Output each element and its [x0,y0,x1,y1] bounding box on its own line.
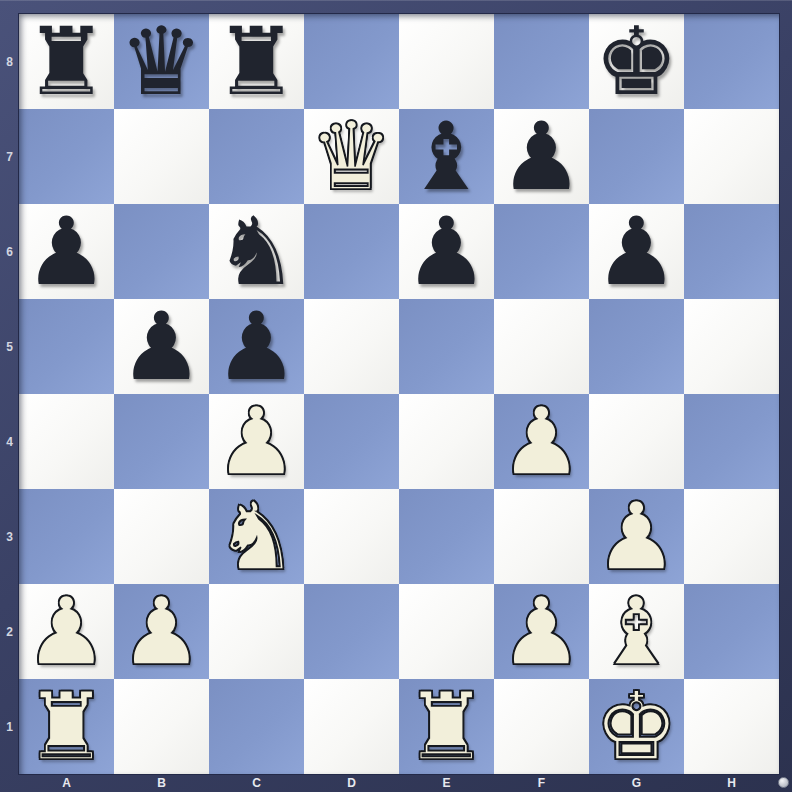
square-h6[interactable] [684,204,779,299]
square-c1[interactable] [209,679,304,774]
square-b8[interactable]: ♛ [114,14,209,109]
square-b6[interactable] [114,204,209,299]
piece-white-pawn-b2[interactable]: ♟ [119,584,203,679]
square-h2[interactable] [684,584,779,679]
piece-white-rook-a1[interactable]: ♜ [24,679,108,774]
piece-white-rook-e1[interactable]: ♜ [404,679,488,774]
square-f2[interactable]: ♟ [494,584,589,679]
piece-white-king-g1[interactable]: ♚ [594,679,678,774]
file-label-a: A [19,774,114,792]
square-h7[interactable] [684,109,779,204]
square-e6[interactable]: ♟ [399,204,494,299]
square-f3[interactable] [494,489,589,584]
piece-black-rook-c8[interactable]: ♜ [214,14,298,109]
piece-white-pawn-c4[interactable]: ♟ [214,394,298,489]
square-e4[interactable] [399,394,494,489]
square-d1[interactable] [304,679,399,774]
square-h3[interactable] [684,489,779,584]
rank-label-3: 3 [0,489,19,584]
piece-black-pawn-a6[interactable]: ♟ [24,204,108,299]
square-e2[interactable] [399,584,494,679]
piece-black-rook-a8[interactable]: ♜ [24,14,108,109]
square-h4[interactable] [684,394,779,489]
piece-black-knight-c6[interactable]: ♞ [214,204,298,299]
square-f5[interactable] [494,299,589,394]
square-f6[interactable] [494,204,589,299]
piece-white-bishop-g2[interactable]: ♝ [594,584,678,679]
square-d3[interactable] [304,489,399,584]
square-a5[interactable] [19,299,114,394]
square-f4[interactable]: ♟ [494,394,589,489]
square-e5[interactable] [399,299,494,394]
piece-white-queen-d7[interactable]: ♛ [309,109,393,204]
square-g7[interactable] [589,109,684,204]
file-label-f: F [494,774,589,792]
square-b4[interactable] [114,394,209,489]
square-g1[interactable]: ♚ [589,679,684,774]
square-d6[interactable] [304,204,399,299]
square-f1[interactable] [494,679,589,774]
rank-label-4: 4 [0,394,19,489]
square-a4[interactable] [19,394,114,489]
square-c3[interactable]: ♞ [209,489,304,584]
square-d5[interactable] [304,299,399,394]
square-e1[interactable]: ♜ [399,679,494,774]
file-label-b: B [114,774,209,792]
square-d4[interactable] [304,394,399,489]
file-label-g: G [589,774,684,792]
piece-white-knight-c3[interactable]: ♞ [214,489,298,584]
piece-black-pawn-e6[interactable]: ♟ [404,204,488,299]
square-b7[interactable] [114,109,209,204]
piece-black-pawn-g6[interactable]: ♟ [594,204,678,299]
rank-label-5: 5 [0,299,19,394]
file-label-h: H [684,774,779,792]
square-e7[interactable]: ♝ [399,109,494,204]
square-c2[interactable] [209,584,304,679]
square-b5[interactable]: ♟ [114,299,209,394]
square-h5[interactable] [684,299,779,394]
square-b2[interactable]: ♟ [114,584,209,679]
rank-label-6: 6 [0,204,19,299]
square-e3[interactable] [399,489,494,584]
square-g4[interactable] [589,394,684,489]
side-to-move-indicator [778,777,789,788]
piece-black-bishop-e7[interactable]: ♝ [404,109,488,204]
square-h1[interactable] [684,679,779,774]
piece-white-pawn-f4[interactable]: ♟ [499,394,583,489]
square-e8[interactable] [399,14,494,109]
square-a7[interactable] [19,109,114,204]
square-f8[interactable] [494,14,589,109]
square-a3[interactable] [19,489,114,584]
square-c7[interactable] [209,109,304,204]
square-c4[interactable]: ♟ [209,394,304,489]
square-c6[interactable]: ♞ [209,204,304,299]
rank-label-8: 8 [0,14,19,109]
file-label-d: D [304,774,399,792]
square-g6[interactable]: ♟ [589,204,684,299]
square-d7[interactable]: ♛ [304,109,399,204]
square-g3[interactable]: ♟ [589,489,684,584]
square-a6[interactable]: ♟ [19,204,114,299]
square-f7[interactable]: ♟ [494,109,589,204]
piece-black-pawn-c5[interactable]: ♟ [214,299,298,394]
square-b1[interactable] [114,679,209,774]
square-h8[interactable] [684,14,779,109]
piece-white-pawn-f2[interactable]: ♟ [499,584,583,679]
piece-white-pawn-a2[interactable]: ♟ [24,584,108,679]
piece-black-king-g8[interactable]: ♚ [594,14,678,109]
rank-label-1: 1 [0,679,19,774]
square-g2[interactable]: ♝ [589,584,684,679]
rank-label-7: 7 [0,109,19,204]
chess-board: ♜♛♜♚♛♝♟♟♞♟♟♟♟♟♟♞♟♟♟♟♝♜♜♚ [19,14,779,774]
square-g8[interactable]: ♚ [589,14,684,109]
square-a1[interactable]: ♜ [19,679,114,774]
square-b3[interactable] [114,489,209,584]
rank-label-2: 2 [0,584,19,679]
piece-black-pawn-b5[interactable]: ♟ [119,299,203,394]
square-a2[interactable]: ♟ [19,584,114,679]
file-label-e: E [399,774,494,792]
square-c5[interactable]: ♟ [209,299,304,394]
file-label-c: C [209,774,304,792]
square-c8[interactable]: ♜ [209,14,304,109]
square-d2[interactable] [304,584,399,679]
piece-white-pawn-g3[interactable]: ♟ [594,489,678,584]
square-a8[interactable]: ♜ [19,14,114,109]
board-frame: ♜♛♜♚♛♝♟♟♞♟♟♟♟♟♟♞♟♟♟♟♝♜♜♚ 87654321 ABCDEF… [0,0,792,792]
piece-black-queen-b8[interactable]: ♛ [119,14,203,109]
piece-black-pawn-f7[interactable]: ♟ [499,109,583,204]
square-g5[interactable] [589,299,684,394]
square-d8[interactable] [304,14,399,109]
